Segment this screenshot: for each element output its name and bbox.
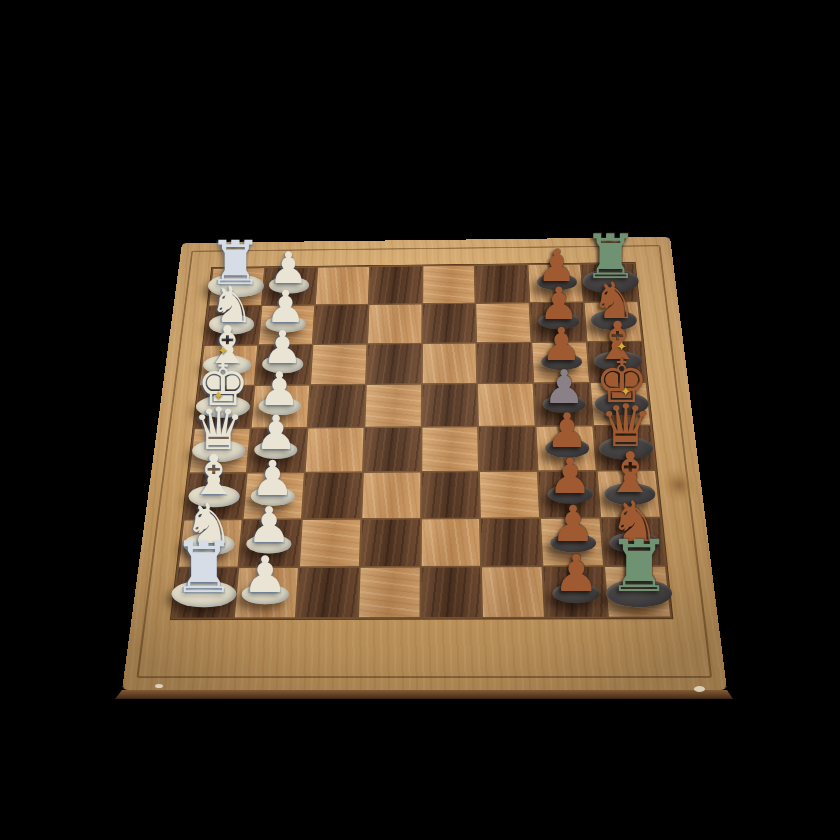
pawn-figurine-glyph: ♟ [243, 550, 288, 600]
pawn-figurine-glyph: ♟ [554, 549, 600, 600]
gold-crown-icon: ✦ [218, 344, 229, 357]
gold-crown-icon: ✦ [620, 385, 631, 398]
pieces-layer: ♜♞♝♚✦♛✦♝♞♜♟♟♟♟♟♟♟♟♟♟♟♟♟♟♟♟♜♞♝♚✦♛✦♝♞♜ [0, 0, 840, 840]
rook-figurine-glyph: ♜ [172, 533, 235, 604]
pawn-figurine-glyph: ♟ [548, 452, 592, 501]
rook-figurine-glyph: ♜ [607, 531, 671, 603]
pawn-figurine-glyph: ♟ [551, 499, 596, 549]
gold-crown-icon: ✦ [616, 341, 627, 354]
pawn-figurine-glyph: ♟ [247, 501, 291, 550]
photo-stage: ♜♞♝♚✦♛✦♝♞♜♟♟♟♟♟♟♟♟♟♟♟♟♟♟♟♟♜♞♝♚✦♛✦♝♞♜ [0, 0, 840, 840]
gold-crown-icon: ✦ [213, 389, 224, 402]
